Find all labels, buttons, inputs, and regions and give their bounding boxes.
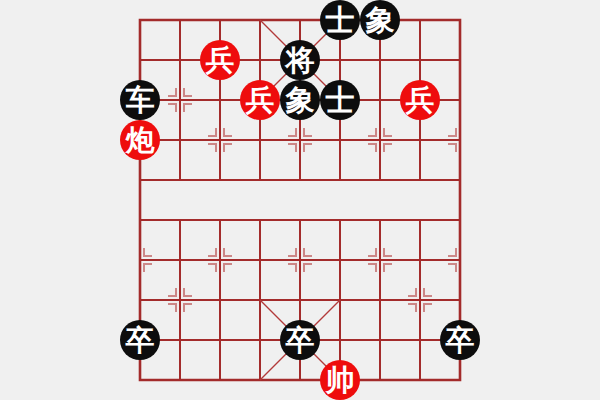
red-soldier-3[interactable]: 兵 xyxy=(400,80,440,120)
app-canvas: 士象兵将车兵象士兵炮卒卒卒帅 xyxy=(0,0,600,400)
board-grid[interactable]: 士象兵将车兵象士兵炮卒卒卒帅 xyxy=(120,0,480,400)
black-soldier-2[interactable]: 卒 xyxy=(280,320,320,360)
black-advisor-1[interactable]: 士 xyxy=(320,0,360,40)
black-elephant-2[interactable]: 象 xyxy=(280,80,320,120)
red-soldier-2[interactable]: 兵 xyxy=(240,80,280,120)
red-cannon[interactable]: 炮 xyxy=(120,120,160,160)
black-elephant-1[interactable]: 象 xyxy=(360,0,400,40)
red-soldier-1[interactable]: 兵 xyxy=(200,40,240,80)
black-soldier-1[interactable]: 卒 xyxy=(120,320,160,360)
black-soldier-3[interactable]: 卒 xyxy=(440,320,480,360)
red-general[interactable]: 帅 xyxy=(320,360,360,400)
black-chariot[interactable]: 车 xyxy=(120,80,160,120)
xiangqi-board: 士象兵将车兵象士兵炮卒卒卒帅 xyxy=(120,0,480,400)
black-advisor-2[interactable]: 士 xyxy=(320,80,360,120)
black-general[interactable]: 将 xyxy=(280,40,320,80)
